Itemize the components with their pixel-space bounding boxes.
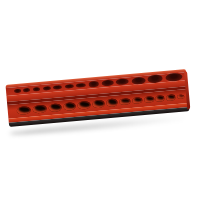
back-pit-4[interactable] xyxy=(43,86,51,91)
back-pit-7[interactable] xyxy=(76,83,86,89)
back-pit-1[interactable] xyxy=(14,89,21,93)
front-pit-3[interactable] xyxy=(48,103,62,112)
back-pit-3[interactable] xyxy=(33,87,41,91)
front-pit-6[interactable] xyxy=(92,100,105,108)
front-pit-7[interactable] xyxy=(106,99,118,107)
front-pit-12[interactable] xyxy=(166,95,175,101)
front-pit-2[interactable] xyxy=(32,104,46,114)
front-pit-1[interactable] xyxy=(16,106,31,116)
back-pit-2[interactable] xyxy=(23,88,30,92)
front-pit-9[interactable] xyxy=(132,97,143,104)
back-pit-5[interactable] xyxy=(53,85,62,90)
front-pit-4[interactable] xyxy=(63,102,76,111)
back-pit-9[interactable] xyxy=(101,80,113,87)
back-pit-8[interactable] xyxy=(88,81,99,87)
front-pit-8[interactable] xyxy=(119,98,130,106)
front-pit-11[interactable] xyxy=(156,95,165,101)
photo-background xyxy=(0,0,200,200)
front-pit-10[interactable] xyxy=(144,96,154,103)
front-pit-13[interactable] xyxy=(177,94,185,99)
back-pit-6[interactable] xyxy=(64,84,74,89)
front-pit-5[interactable] xyxy=(78,101,91,110)
